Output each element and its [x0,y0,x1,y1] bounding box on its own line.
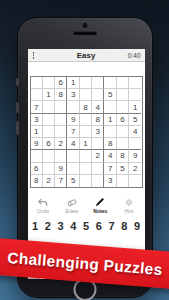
sudoku-cell-r6c4[interactable]: 4 [67,138,79,150]
sudoku-cell-r8c6[interactable] [92,163,104,175]
sudoku-cell-r1c2[interactable] [43,77,55,89]
toolbar: Undo Erase Notes [28,198,145,216]
sudoku-cell-r8c2[interactable] [43,163,55,175]
sudoku-cell-r1c9[interactable] [129,77,141,89]
camera-dot-icon [83,23,88,28]
sudoku-cell-r3c4[interactable] [67,101,79,113]
sudoku-cell-r6c7[interactable]: 8 [104,138,116,150]
pencil-icon [95,198,105,207]
sudoku-cell-r8c8[interactable]: 5 [117,163,129,175]
numpad-6[interactable]: 6 [93,219,104,233]
sudoku-cell-r6c2[interactable]: 6 [43,138,55,150]
sudoku-cell-r1c5[interactable] [80,77,92,89]
sudoku-cell-r8c3[interactable]: 9 [55,163,67,175]
sudoku-cell-r2c4[interactable]: 3 [67,89,79,101]
sudoku-cell-r6c5[interactable]: 1 [80,138,92,150]
sudoku-cell-r5c9[interactable]: 4 [129,126,141,138]
sudoku-cell-r9c6[interactable] [92,175,104,187]
sudoku-cell-r5c7[interactable] [104,126,116,138]
sudoku-cell-r5c1[interactable]: 1 [31,126,43,138]
sudoku-cell-r3c9[interactable]: 1 [129,101,141,113]
sudoku-cell-r7c6[interactable]: 2 [92,150,104,162]
sudoku-cell-r3c7[interactable] [104,101,116,113]
sudoku-cell-r1c3[interactable]: 6 [55,77,67,89]
undo-button[interactable]: Undo [30,198,57,216]
numpad-8[interactable]: 8 [119,219,130,233]
sudoku-cell-r5c5[interactable] [80,126,92,138]
sudoku-cell-r6c3[interactable]: 2 [55,138,67,150]
undo-icon [38,198,48,207]
mute-switch [16,78,19,86]
sudoku-cell-r3c6[interactable]: 4 [92,101,104,113]
sudoku-cell-r9c1[interactable]: 8 [31,175,43,187]
sudoku-cell-r2c6[interactable] [92,89,104,101]
sudoku-cell-r7c8[interactable]: 8 [117,150,129,162]
sudoku-cell-r2c1[interactable] [31,89,43,101]
sudoku-cell-r8c5[interactable] [80,163,92,175]
sudoku-cell-r6c8[interactable] [117,138,129,150]
sudoku-cell-r4c2[interactable] [43,114,55,126]
sudoku-cell-r6c1[interactable]: 9 [31,138,43,150]
sudoku-cell-r5c2[interactable] [43,126,55,138]
sudoku-cell-r4c1[interactable]: 3 [31,114,43,126]
sudoku-cell-r7c4[interactable] [67,150,79,162]
sudoku-cell-r8c7[interactable]: 7 [104,163,116,175]
sudoku-cell-r1c8[interactable] [117,77,129,89]
sudoku-cell-r7c2[interactable] [43,150,55,162]
sudoku-cell-r7c3[interactable] [55,150,67,162]
lightbulb-icon [124,198,134,207]
sudoku-cell-r5c6[interactable]: 3 [92,126,104,138]
volume-down-button [16,121,19,135]
numpad-3[interactable]: 3 [55,219,66,233]
eraser-icon [67,198,77,207]
sudoku-cell-r1c4[interactable]: 1 [67,77,79,89]
erase-button[interactable]: Erase [58,198,85,216]
sudoku-cell-r8c9[interactable]: 2 [129,163,141,175]
sudoku-cell-r4c5[interactable] [80,114,92,126]
volume-up-button [16,102,19,113]
sudoku-cell-r1c1[interactable] [31,77,43,89]
sudoku-cell-r3c3[interactable] [55,101,67,113]
numpad-9[interactable]: 9 [132,219,143,233]
sudoku-cell-r6c9[interactable] [129,138,141,150]
notes-label: Notes [93,208,107,214]
sudoku-cell-r1c7[interactable] [104,77,116,89]
sudoku-cell-r7c5[interactable] [80,150,92,162]
sudoku-cell-r3c8[interactable] [117,101,129,113]
numpad-4[interactable]: 4 [68,219,79,233]
sudoku-cell-r9c4[interactable]: 5 [67,175,79,187]
sudoku-cell-r7c9[interactable]: 9 [129,150,141,162]
promo-banner-text: Challenging Puzzles [7,248,163,278]
app-screenshot: Easy 0:40 611835784139816517349624182489… [0,0,169,300]
numpad-7[interactable]: 7 [106,219,117,233]
sudoku-cell-r7c1[interactable] [31,150,43,162]
sudoku-cell-r9c3[interactable]: 7 [55,175,67,187]
sudoku-cell-r5c8[interactable] [117,126,129,138]
erase-label: Erase [65,208,78,214]
sudoku-cell-r2c3[interactable]: 8 [55,89,67,101]
sudoku-cell-r5c3[interactable] [55,126,67,138]
speaker-slot [73,31,97,35]
sudoku-cell-r1c6[interactable] [92,77,104,89]
sudoku-cell-r4c6[interactable]: 8 [92,114,104,126]
sudoku-cell-r3c5[interactable]: 8 [80,101,92,113]
sudoku-cell-r9c5[interactable] [80,175,92,187]
undo-label: Undo [37,208,49,214]
sudoku-cell-r4c8[interactable]: 6 [117,114,129,126]
notes-button[interactable]: Notes [87,198,114,216]
sudoku-cell-r4c4[interactable]: 9 [67,114,79,126]
sudoku-cell-r2c7[interactable]: 5 [104,89,116,101]
app-header: Easy 0:40 [28,49,145,62]
sudoku-cell-r7c7[interactable]: 4 [104,150,116,162]
number-pad: 123456789 [28,219,145,233]
sudoku-cell-r6c6[interactable] [92,138,104,150]
sudoku-cell-r4c3[interactable] [55,114,67,126]
sudoku-cell-r9c7[interactable]: 3 [104,175,116,187]
numpad-5[interactable]: 5 [81,219,92,233]
sudoku-cell-r9c8[interactable] [117,175,129,187]
sudoku-cell-r9c9[interactable] [129,175,141,187]
sudoku-cell-r4c7[interactable]: 1 [104,114,116,126]
numpad-1[interactable]: 1 [30,219,41,233]
sudoku-cell-r2c5[interactable] [80,89,92,101]
sudoku-cell-r2c8[interactable] [117,89,129,101]
sudoku-cell-r9c2[interactable]: 2 [43,175,55,187]
sudoku-cell-r3c2[interactable] [43,101,55,113]
sudoku-cell-r8c4[interactable] [67,163,79,175]
timer: 0:40 [128,49,141,62]
hint-button[interactable]: Hint [115,198,142,216]
sudoku-cell-r3c1[interactable]: 7 [31,101,43,113]
sudoku-board: 6118357841398165173496241824896975282753 [30,76,143,188]
sudoku-cell-r2c9[interactable] [129,89,141,101]
sudoku-cell-r5c4[interactable]: 7 [67,126,79,138]
sudoku-cell-r8c1[interactable]: 6 [31,163,43,175]
numpad-2[interactable]: 2 [42,219,53,233]
sudoku-cell-r2c2[interactable]: 1 [43,89,55,101]
sudoku-cell-r4c9[interactable]: 5 [129,114,141,126]
hint-label: Hint [125,208,134,214]
